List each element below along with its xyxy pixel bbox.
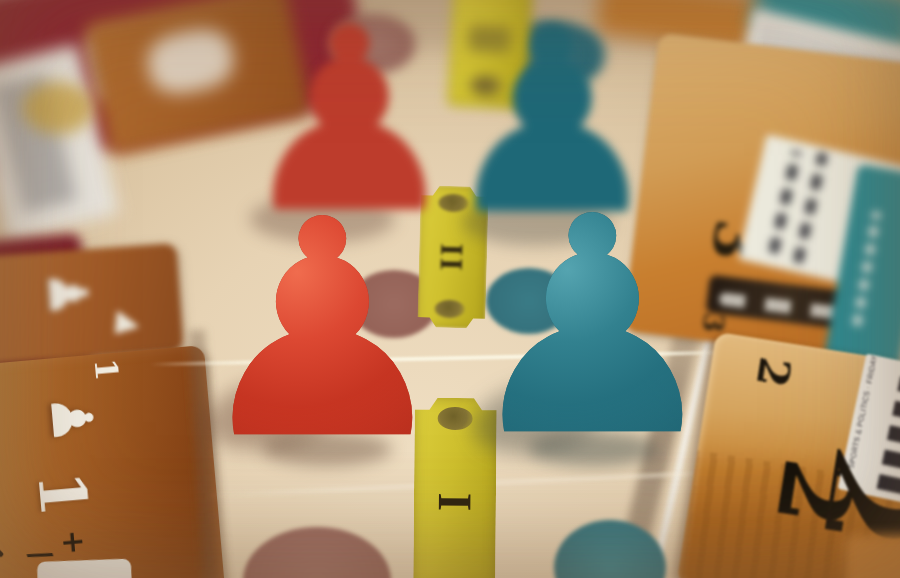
card-pawn-back[interactable]: ♟ [0, 243, 184, 365]
vertical-text-marks [768, 150, 801, 254]
red-pawn-front[interactable]: ♟ [188, 198, 448, 463]
teal-card-text-marks [852, 211, 881, 326]
vertical-text-marks [793, 152, 828, 263]
card-corner-number: 2 [748, 341, 798, 403]
pawn-icon: ♟ [36, 232, 98, 355]
white-box-icon [37, 559, 132, 578]
red-space-bottom[interactable] [243, 527, 391, 578]
card-blur-corner [845, 535, 900, 578]
gold-foil-smudge [22, 82, 94, 134]
white-print-smudge [143, 23, 239, 99]
tick-mark [0, 543, 4, 558]
photo-strip-highlights [719, 292, 844, 320]
board-game-photo: ♟ 1 ♟ 1 / + II I ♟ ♟ [0, 0, 900, 578]
teal-pawn-front[interactable]: ♟ [458, 195, 718, 460]
plus-icon: + [57, 526, 90, 559]
arrow-icon [111, 310, 142, 340]
